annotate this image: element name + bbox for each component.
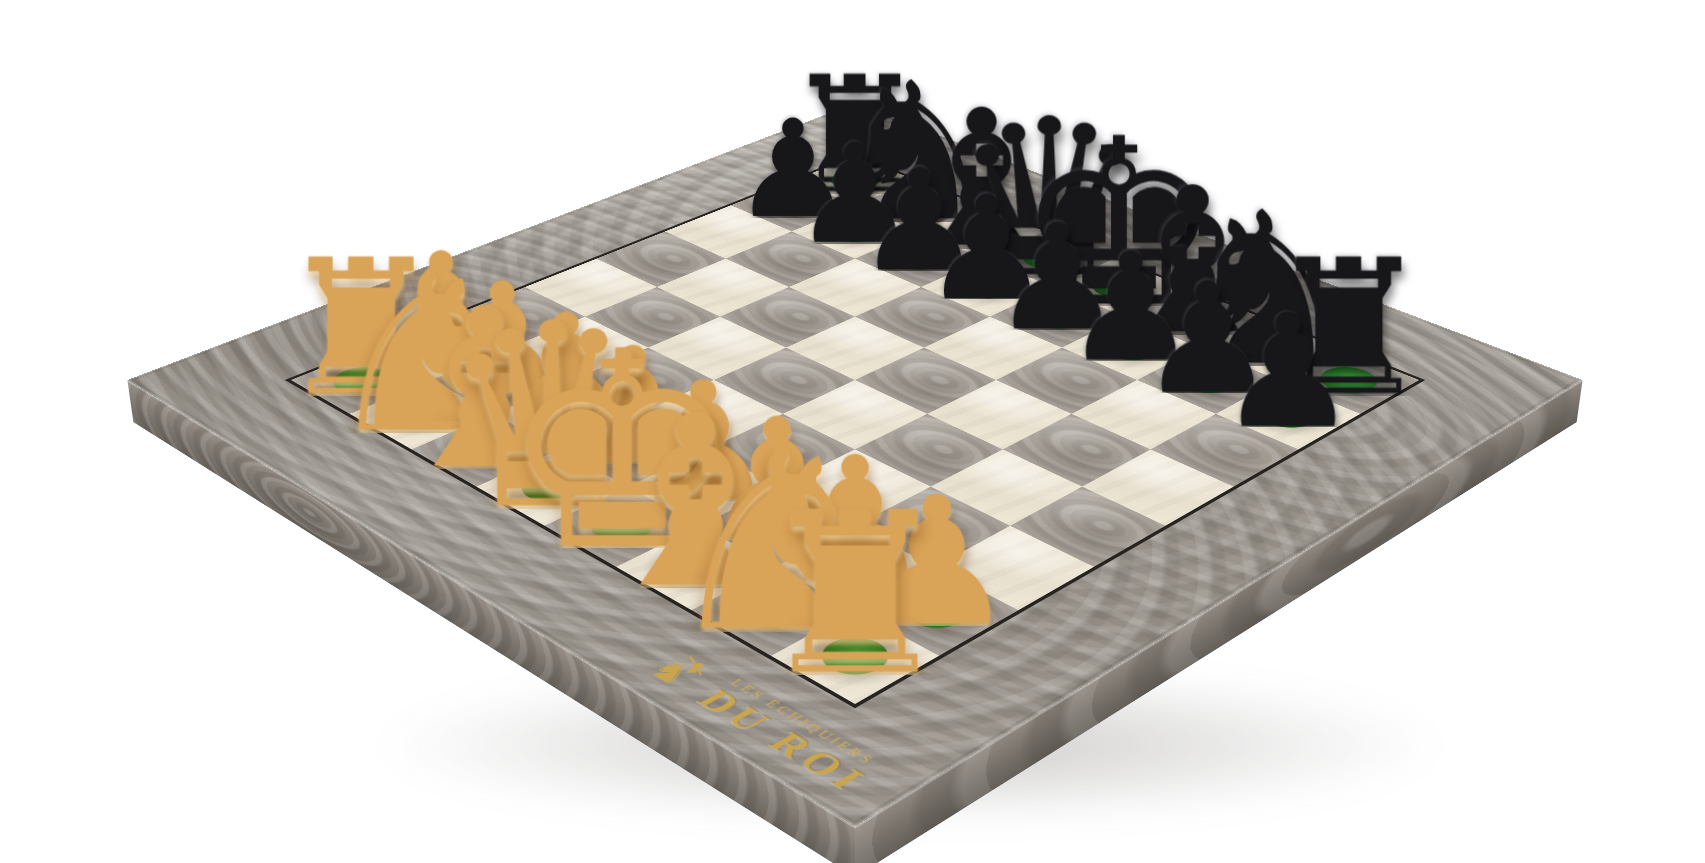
piece-black-pawn-h7[interactable]: ♟♟ [1216,380,1360,449]
piece-white-rook-h1[interactable]: ♜♜ [771,610,939,704]
scene: ♜♜♞♞♝♝♛♛♚♚♝♝♞♞♜♜♟♟♟♟♟♟♟♟♟♟♟♟♟♟♟♟♟♟♟♟♟♟♟♟… [0,0,1705,863]
